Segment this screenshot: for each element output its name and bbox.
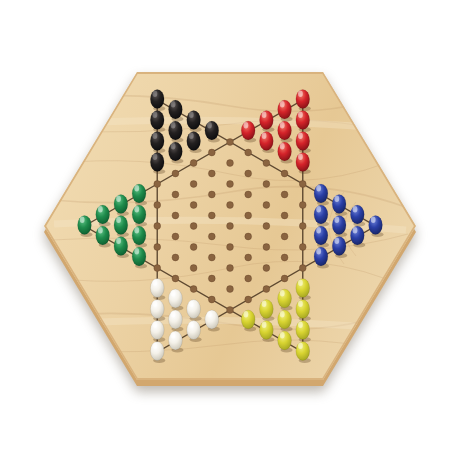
peg-black-1[interactable]: [150, 90, 165, 112]
peg-white-6[interactable]: [169, 310, 184, 332]
hole-c5-r5[interactable]: [154, 181, 161, 188]
peg-yellow-7[interactable]: [296, 279, 311, 301]
peg-blue-5[interactable]: [332, 195, 347, 217]
hole-c6-r7[interactable]: [172, 233, 179, 240]
hole-c9-r3[interactable]: [227, 181, 234, 188]
peg-red-2[interactable]: [259, 111, 274, 133]
hole-c9-r9[interactable]: [227, 307, 234, 314]
peg-white-5[interactable]: [169, 289, 184, 311]
photo-background: [0, 0, 459, 459]
peg-red-6[interactable]: [278, 142, 293, 164]
peg-blue-4[interactable]: [314, 247, 329, 269]
hole-c8-r6[interactable]: [208, 233, 215, 240]
hole-c6-r5[interactable]: [172, 191, 179, 198]
hole-c11-r8[interactable]: [263, 265, 270, 272]
hole-c7-r7[interactable]: [190, 244, 197, 251]
hole-c6-r8[interactable]: [172, 254, 179, 261]
hole-c11-r9[interactable]: [263, 286, 270, 293]
peg-blue-10[interactable]: [369, 216, 384, 238]
hole-c11-r5[interactable]: [263, 202, 270, 209]
peg-yellow-8[interactable]: [296, 300, 311, 322]
hole-c7-r4[interactable]: [190, 181, 197, 188]
hole-c12-r4[interactable]: [281, 170, 288, 177]
hole-c6-r4[interactable]: [172, 170, 179, 177]
chinese-checkers-board: [44, 72, 416, 380]
hole-c7-r5[interactable]: [190, 202, 197, 209]
peg-white-10[interactable]: [205, 310, 220, 332]
peg-green-9[interactable]: [132, 226, 147, 248]
peg-yellow-1[interactable]: [241, 310, 256, 332]
peg-yellow-4[interactable]: [278, 289, 293, 311]
peg-blue-1[interactable]: [314, 184, 329, 206]
peg-red-3[interactable]: [259, 132, 274, 154]
hole-c12-r5[interactable]: [281, 191, 288, 198]
peg-green-6[interactable]: [114, 237, 129, 259]
peg-red-7[interactable]: [296, 90, 311, 112]
peg-red-8[interactable]: [296, 111, 311, 133]
hole-c9-r4[interactable]: [227, 202, 234, 209]
hole-c5-r8[interactable]: [154, 244, 161, 251]
hole-c9-r5[interactable]: [227, 223, 234, 230]
peg-blue-6[interactable]: [332, 216, 347, 238]
peg-yellow-6[interactable]: [278, 331, 293, 353]
hole-c11-r3[interactable]: [263, 160, 270, 167]
hole-c8-r2[interactable]: [208, 149, 215, 156]
hole-c12-r8[interactable]: [281, 254, 288, 261]
peg-black-2[interactable]: [150, 111, 165, 133]
hole-c13-r6[interactable]: [299, 202, 306, 209]
hole-c10-r8[interactable]: [245, 275, 252, 282]
peg-black-4[interactable]: [150, 153, 165, 175]
hole-c8-r9[interactable]: [208, 296, 215, 303]
peg-black-10[interactable]: [205, 121, 220, 143]
hole-c12-r9[interactable]: [281, 275, 288, 282]
hole-c8-r4[interactable]: [208, 191, 215, 198]
hole-c11-r6[interactable]: [263, 223, 270, 230]
hole-c7-r3[interactable]: [190, 160, 197, 167]
peg-white-7[interactable]: [169, 331, 184, 353]
hole-c13-r8[interactable]: [299, 244, 306, 251]
peg-red-10[interactable]: [296, 153, 311, 175]
hole-c9-r8[interactable]: [227, 286, 234, 293]
peg-white-3[interactable]: [150, 321, 165, 343]
hole-c10-r7[interactable]: [245, 254, 252, 261]
peg-white-4[interactable]: [150, 342, 165, 364]
peg-yellow-10[interactable]: [296, 342, 311, 364]
peg-black-7[interactable]: [169, 142, 184, 164]
peg-green-3[interactable]: [96, 226, 111, 248]
peg-green-4[interactable]: [114, 195, 129, 217]
hole-c12-r6[interactable]: [281, 212, 288, 219]
peg-white-1[interactable]: [150, 279, 165, 301]
hole-c13-r9[interactable]: [299, 265, 306, 272]
hole-c7-r9[interactable]: [190, 286, 197, 293]
hole-c10-r3[interactable]: [245, 170, 252, 177]
hole-c11-r4[interactable]: [263, 181, 270, 188]
board-surface: [44, 72, 416, 380]
hole-c6-r6[interactable]: [172, 212, 179, 219]
peg-black-9[interactable]: [187, 132, 202, 154]
hole-c7-r6[interactable]: [190, 223, 197, 230]
hole-c5-r9[interactable]: [154, 265, 161, 272]
peg-black-6[interactable]: [169, 121, 184, 143]
board-wrapper: [44, 72, 416, 380]
hole-c13-r7[interactable]: [299, 223, 306, 230]
peg-green-10[interactable]: [132, 247, 147, 269]
peg-blue-7[interactable]: [332, 237, 347, 259]
hole-c7-r8[interactable]: [190, 265, 197, 272]
hole-c8-r5[interactable]: [208, 212, 215, 219]
hole-c10-r6[interactable]: [245, 233, 252, 240]
hole-c6-r9[interactable]: [172, 275, 179, 282]
hole-c9-r6[interactable]: [227, 244, 234, 251]
hole-c8-r7[interactable]: [208, 254, 215, 261]
hole-c8-r8[interactable]: [208, 275, 215, 282]
peg-black-3[interactable]: [150, 132, 165, 154]
hole-c10-r5[interactable]: [245, 212, 252, 219]
hole-c10-r9[interactable]: [245, 296, 252, 303]
hole-c5-r7[interactable]: [154, 223, 161, 230]
hole-c13-r5[interactable]: [299, 181, 306, 188]
hole-c10-r4[interactable]: [245, 191, 252, 198]
hole-c12-r7[interactable]: [281, 233, 288, 240]
hole-c9-r7[interactable]: [227, 265, 234, 272]
hole-c5-r6[interactable]: [154, 202, 161, 209]
hole-c9-r1[interactable]: [227, 139, 234, 146]
hole-c10-r2[interactable]: [245, 149, 252, 156]
hole-c11-r7[interactable]: [263, 244, 270, 251]
peg-blue-3[interactable]: [314, 226, 329, 248]
hole-c9-r2[interactable]: [227, 160, 234, 167]
peg-red-9[interactable]: [296, 132, 311, 154]
peg-white-9[interactable]: [187, 321, 202, 343]
hole-c8-r3[interactable]: [208, 170, 215, 177]
